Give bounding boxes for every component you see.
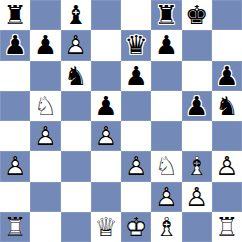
chess-board: ♜♝♜♚♟♟♟♙♛♟♞♟♟♞♘♟♟♞♟♙♟♙♟♙♟♙♞♘♝♗♟♙♟♙♟♙♜♖♛♕… [0,0,242,242]
white-bishop-fill: ♝ [151,212,181,242]
black-pawn: ♟ [212,61,242,91]
white-pawn: ♙ [61,30,91,60]
white-pawn: ♙ [212,151,242,181]
black-queen: ♛ [121,30,151,60]
black-rook: ♜ [0,0,30,30]
square-e8[interactable] [121,0,151,30]
white-knight: ♘ [151,151,181,181]
square-h7[interactable] [212,30,242,60]
square-h8[interactable] [212,0,242,30]
square-c7[interactable]: ♟♙ [61,30,91,60]
white-pawn-fill: ♟ [182,182,212,212]
square-b7[interactable]: ♟ [30,30,60,60]
square-f3[interactable]: ♞♘ [151,151,181,181]
white-pawn-fill: ♟ [121,151,151,181]
white-pawn-fill: ♟ [61,30,91,60]
square-g1[interactable] [182,212,212,242]
square-f8[interactable]: ♜ [151,0,181,30]
square-b8[interactable] [30,0,60,30]
square-a4[interactable] [0,121,30,151]
square-f2[interactable]: ♟♙ [151,182,181,212]
square-c6[interactable]: ♞ [61,61,91,91]
white-queen: ♕ [91,212,121,242]
square-f1[interactable]: ♝♗ [151,212,181,242]
black-king: ♚ [182,0,212,30]
white-queen-fill: ♛ [91,212,121,242]
square-h2[interactable] [212,182,242,212]
square-e2[interactable] [121,182,151,212]
square-b4[interactable]: ♟♙ [30,121,60,151]
square-g6[interactable] [182,61,212,91]
black-rook: ♜ [151,0,181,30]
square-f7[interactable]: ♟ [151,30,181,60]
black-knight: ♞ [61,61,91,91]
square-g5[interactable]: ♟ [182,91,212,121]
white-rook: ♖ [212,212,242,242]
white-rook-fill: ♜ [212,212,242,242]
white-bishop-fill: ♝ [182,151,212,181]
white-pawn: ♙ [0,151,30,181]
white-pawn-fill: ♟ [0,151,30,181]
black-pawn: ♟ [151,30,181,60]
square-e6[interactable]: ♟ [121,61,151,91]
square-b3[interactable] [30,151,60,181]
square-c8[interactable]: ♝ [61,0,91,30]
square-e5[interactable] [121,91,151,121]
white-pawn-fill: ♟ [212,151,242,181]
black-pawn: ♟ [0,30,30,60]
black-pawn: ♟ [182,91,212,121]
square-d6[interactable] [91,61,121,91]
white-knight-fill: ♞ [151,151,181,181]
white-bishop: ♗ [182,151,212,181]
square-e4[interactable] [121,121,151,151]
white-pawn-fill: ♟ [30,121,60,151]
white-pawn: ♙ [30,121,60,151]
square-h3[interactable]: ♟♙ [212,151,242,181]
square-d4[interactable]: ♟♙ [91,121,121,151]
white-knight: ♘ [30,91,60,121]
white-rook-fill: ♜ [0,212,30,242]
square-g4[interactable] [182,121,212,151]
white-pawn-fill: ♟ [91,121,121,151]
square-b6[interactable] [30,61,60,91]
square-g8[interactable]: ♚ [182,0,212,30]
black-pawn: ♟ [121,61,151,91]
square-a5[interactable] [0,91,30,121]
square-a1[interactable]: ♜♖ [0,212,30,242]
white-king: ♔ [121,212,151,242]
square-e1[interactable]: ♚♔ [121,212,151,242]
square-b2[interactable] [30,182,60,212]
square-d3[interactable] [91,151,121,181]
square-a7[interactable]: ♟ [0,30,30,60]
white-pawn-fill: ♟ [151,182,181,212]
square-e3[interactable]: ♟♙ [121,151,151,181]
white-pawn: ♙ [121,151,151,181]
black-pawn: ♟ [30,30,60,60]
square-f4[interactable] [151,121,181,151]
square-d7[interactable] [91,30,121,60]
square-c3[interactable] [61,151,91,181]
square-d1[interactable]: ♛♕ [91,212,121,242]
white-knight-fill: ♞ [30,91,60,121]
white-pawn: ♙ [91,121,121,151]
white-king-fill: ♚ [121,212,151,242]
square-a8[interactable]: ♜ [0,0,30,30]
square-a6[interactable] [0,61,30,91]
white-pawn: ♙ [151,182,181,212]
square-b5[interactable]: ♞♘ [30,91,60,121]
black-knight: ♞ [212,91,242,121]
square-h5[interactable]: ♞ [212,91,242,121]
square-d8[interactable] [91,0,121,30]
square-f5[interactable] [151,91,181,121]
square-h4[interactable] [212,121,242,151]
square-g2[interactable]: ♟♙ [182,182,212,212]
square-g7[interactable] [182,30,212,60]
black-bishop: ♝ [61,0,91,30]
square-f6[interactable] [151,61,181,91]
square-c4[interactable] [61,121,91,151]
white-rook: ♖ [0,212,30,242]
square-g3[interactable]: ♝♗ [182,151,212,181]
square-a2[interactable] [0,182,30,212]
square-c2[interactable] [61,182,91,212]
white-bishop: ♗ [151,212,181,242]
white-pawn: ♙ [182,182,212,212]
square-a3[interactable]: ♟♙ [0,151,30,181]
square-d5[interactable]: ♟ [91,91,121,121]
square-b1[interactable] [30,212,60,242]
square-h1[interactable]: ♜♖ [212,212,242,242]
black-pawn: ♟ [91,91,121,121]
square-c5[interactable] [61,91,91,121]
square-e7[interactable]: ♛ [121,30,151,60]
square-c1[interactable] [61,212,91,242]
square-h6[interactable]: ♟ [212,61,242,91]
square-d2[interactable] [91,182,121,212]
